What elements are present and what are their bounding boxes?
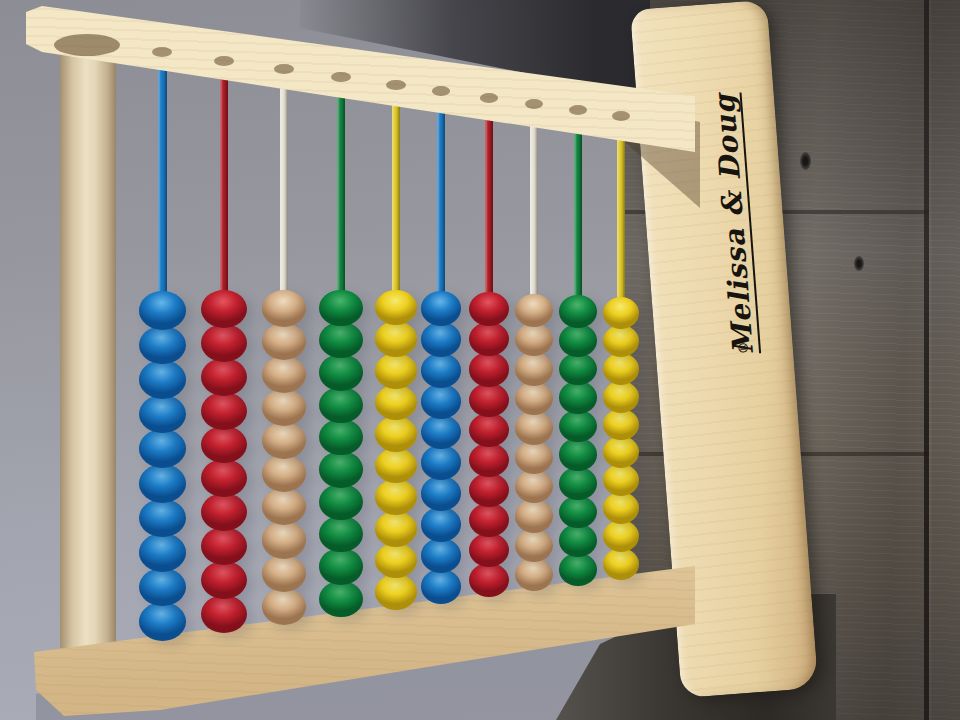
natural-bead[interactable] [262, 389, 307, 426]
natural-bead[interactable] [262, 422, 307, 459]
yellow-bead[interactable] [375, 385, 417, 421]
green-bead[interactable] [559, 324, 596, 357]
red-bead[interactable] [469, 533, 509, 567]
green-bead[interactable] [319, 354, 362, 390]
yellow-bead[interactable] [375, 574, 417, 610]
natural-bead[interactable] [262, 323, 307, 360]
registered-trademark-icon: ® [723, 339, 764, 356]
yellow-bead[interactable] [603, 492, 639, 524]
green-bead[interactable] [319, 451, 362, 487]
natural-bead[interactable] [262, 356, 307, 393]
post-hole-shadow [54, 34, 120, 56]
green-bead[interactable] [319, 581, 362, 617]
yellow-bead[interactable] [603, 353, 639, 385]
red-bead[interactable] [469, 383, 509, 417]
green-bead[interactable] [319, 484, 362, 520]
green-bead[interactable] [319, 516, 362, 552]
blue-bead[interactable] [139, 326, 186, 365]
yellow-bead[interactable] [375, 290, 417, 326]
green-bead[interactable] [559, 524, 596, 557]
blue-bead[interactable] [139, 291, 186, 330]
plank-knot-2 [854, 256, 864, 271]
red-bead[interactable] [469, 443, 509, 477]
rod-hole-shadow [386, 80, 405, 90]
green-rod [574, 110, 581, 307]
red-bead[interactable] [469, 413, 509, 447]
rod-hole-shadow [274, 64, 294, 74]
green-bead[interactable] [319, 290, 362, 326]
blue-bead[interactable] [139, 464, 186, 503]
plank-seam-vertical [924, 0, 929, 720]
abacus-photo-scene: Melissa & Doug® [0, 0, 960, 720]
red-bead[interactable] [469, 352, 509, 386]
natural-bead[interactable] [515, 352, 553, 385]
red-bead[interactable] [201, 358, 247, 396]
yellow-bead[interactable] [375, 353, 417, 389]
blue-bead[interactable] [421, 384, 462, 419]
natural-bead[interactable] [515, 529, 553, 562]
red-bead[interactable] [201, 392, 247, 430]
red-bead[interactable] [469, 473, 509, 507]
brand-name: Melissa & Doug [705, 92, 764, 356]
yellow-rod [617, 116, 624, 309]
blue-bead[interactable] [139, 429, 186, 468]
natural-bead[interactable] [262, 290, 307, 327]
green-bead[interactable] [559, 438, 596, 471]
green-rod [337, 77, 345, 301]
natural-bead[interactable] [262, 555, 307, 592]
yellow-rod [392, 85, 400, 302]
yellow-bead[interactable] [375, 321, 417, 357]
green-bead[interactable] [559, 353, 596, 386]
natural-bead[interactable] [515, 441, 553, 474]
natural-bead[interactable] [515, 382, 553, 415]
red-rod [485, 98, 493, 304]
rod-hole-shadow [331, 72, 350, 82]
blue-bead[interactable] [139, 395, 186, 434]
red-rod [220, 61, 229, 303]
green-bead[interactable] [319, 548, 362, 584]
red-bead[interactable] [201, 493, 247, 531]
blue-bead[interactable] [139, 533, 186, 572]
rod-hole-shadow [152, 47, 172, 57]
white-rod [280, 69, 289, 302]
blue-bead[interactable] [421, 322, 462, 357]
blue-bead[interactable] [139, 602, 186, 641]
red-bead[interactable] [201, 595, 247, 633]
natural-bead[interactable] [515, 294, 553, 327]
green-bead[interactable] [559, 496, 596, 529]
red-bead[interactable] [201, 459, 247, 497]
yellow-bead[interactable] [603, 381, 639, 413]
red-bead[interactable] [201, 527, 247, 565]
green-bead[interactable] [559, 381, 596, 414]
rod-hole-shadow [480, 93, 499, 103]
blue-rod [437, 91, 445, 303]
brand-logo: Melissa & Doug® [708, 144, 779, 566]
yellow-bead[interactable] [603, 548, 639, 580]
white-rod [530, 104, 537, 306]
red-bead[interactable] [201, 290, 247, 328]
red-bead[interactable] [469, 503, 509, 537]
green-bead[interactable] [319, 419, 362, 455]
rod-hole-shadow [214, 56, 234, 66]
yellow-bead[interactable] [375, 511, 417, 547]
plank-knot-1 [800, 152, 811, 170]
red-bead[interactable] [201, 324, 247, 362]
blue-bead[interactable] [139, 568, 186, 607]
blue-bead[interactable] [421, 569, 462, 604]
blue-bead[interactable] [421, 353, 462, 388]
red-bead[interactable] [469, 292, 509, 326]
yellow-bead[interactable] [603, 297, 639, 329]
blue-rod [158, 52, 167, 303]
yellow-bead[interactable] [603, 325, 639, 357]
yellow-bead[interactable] [375, 479, 417, 515]
yellow-bead[interactable] [603, 520, 639, 552]
natural-bead[interactable] [262, 521, 307, 558]
green-bead[interactable] [319, 387, 362, 423]
blue-bead[interactable] [421, 538, 462, 573]
yellow-bead[interactable] [375, 448, 417, 484]
green-bead[interactable] [559, 467, 596, 500]
blue-bead[interactable] [421, 291, 462, 326]
red-bead[interactable] [201, 561, 247, 599]
yellow-bead[interactable] [375, 543, 417, 579]
natural-bead[interactable] [262, 588, 307, 625]
natural-bead[interactable] [515, 411, 553, 444]
yellow-bead[interactable] [603, 464, 639, 496]
green-bead[interactable] [559, 295, 596, 328]
green-bead[interactable] [559, 553, 596, 586]
yellow-bead[interactable] [375, 416, 417, 452]
green-bead[interactable] [559, 410, 596, 443]
abacus-left-post [60, 44, 116, 656]
natural-bead[interactable] [515, 499, 553, 532]
red-bead[interactable] [201, 426, 247, 464]
yellow-bead[interactable] [603, 409, 639, 441]
blue-bead[interactable] [139, 360, 186, 399]
blue-bead[interactable] [139, 499, 186, 538]
green-bead[interactable] [319, 322, 362, 358]
